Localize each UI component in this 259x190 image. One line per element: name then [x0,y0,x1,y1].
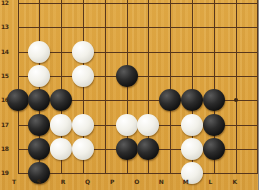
hoshi-point [234,98,238,102]
grid-line-row-12 [18,3,259,4]
grid-line-row-13 [18,27,259,28]
go-board[interactable]: 1213141516171819TSRQPONMLK [0,0,258,190]
white-stone-N17[interactable] [137,114,159,136]
grid-line-row-15 [18,76,259,77]
black-stone-S18[interactable] [28,138,50,160]
row-label-18: 18 [1,146,13,152]
black-stone-M16[interactable] [159,89,181,111]
col-label-Q: Q [83,178,93,185]
white-stone-S14[interactable] [28,41,50,63]
white-stone-Q18[interactable] [72,138,94,160]
white-stone-Q15[interactable] [72,65,94,87]
col-label-S: S [34,178,44,185]
col-label-N: N [156,178,166,185]
black-stone-K18[interactable] [203,138,225,160]
grid-line-row-19 [18,173,259,174]
row-label-14: 14 [1,49,13,55]
col-label-R: R [58,178,68,185]
black-stone-S17[interactable] [28,114,50,136]
white-stone-R17[interactable] [50,114,72,136]
black-stone-L16[interactable] [181,89,203,111]
black-stone-S16[interactable] [28,89,50,111]
white-stone-Q14[interactable] [72,41,94,63]
col-label-O: O [132,178,142,185]
black-stone-N18[interactable] [137,138,159,160]
row-label-15: 15 [1,73,13,79]
col-label-K: K [230,178,240,185]
white-stone-O17[interactable] [116,114,138,136]
white-stone-Q17[interactable] [72,114,94,136]
col-label-P: P [107,178,117,185]
black-stone-R16[interactable] [50,89,72,111]
col-label-M: M [181,178,191,185]
white-stone-L17[interactable] [181,114,203,136]
col-label-T: T [9,178,19,185]
white-stone-S15[interactable] [28,65,50,87]
black-stone-K16[interactable] [203,89,225,111]
row-label-19: 19 [1,170,13,176]
row-label-13: 13 [1,24,13,30]
black-stone-O15[interactable] [116,65,138,87]
row-label-16: 16 [1,97,13,103]
row-label-17: 17 [1,122,13,128]
white-stone-L18[interactable] [181,138,203,160]
black-stone-K17[interactable] [203,114,225,136]
grid-line-row-14 [18,52,259,53]
row-label-12: 12 [1,0,13,6]
white-stone-R18[interactable] [50,138,72,160]
black-stone-O18[interactable] [116,138,138,160]
col-label-L: L [205,178,215,185]
